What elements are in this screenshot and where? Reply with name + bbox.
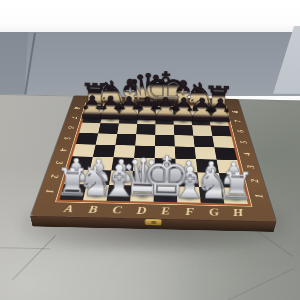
file-label-e: E (153, 205, 178, 218)
piece-white-knight[interactable]: ♞ (194, 165, 232, 204)
rank-label-left-6: 6 (59, 123, 80, 132)
square-b5[interactable] (96, 133, 118, 145)
piece-white-king[interactable]: ♚ (141, 151, 191, 202)
photo-scene: ♜♞♝♛♚♝♞♜♟♟♟♟♟♟♟♟♟♟♟♟♟♟♟♟♜♞♝♛♚♝♞♜ ABCDEFG… (0, 0, 300, 300)
board-grid: ♜♞♝♛♚♝♞♜♟♟♟♟♟♟♟♟♟♟♟♟♟♟♟♟♜♞♝♛♚♝♞♜ (60, 104, 248, 204)
chess-board: ♜♞♝♛♚♝♞♜♟♟♟♟♟♟♟♟♟♟♟♟♟♟♟♟♜♞♝♛♚♝♞♜ ABCDEFG… (31, 96, 276, 222)
board-3d-scene: ♜♞♝♛♚♝♞♜♟♟♟♟♟♟♟♟♟♟♟♟♟♟♟♟♜♞♝♛♚♝♞♜ ABCDEFG… (0, 0, 300, 300)
file-label-c: C (104, 204, 130, 217)
square-g5[interactable] (193, 136, 214, 148)
rank-label-right-7: 7 (228, 117, 248, 125)
rank-label-left-5: 5 (55, 134, 77, 143)
square-f6[interactable] (174, 125, 194, 136)
square-e1[interactable]: ♚ (154, 186, 178, 202)
file-label-b: B (79, 204, 106, 217)
rank-label-left-8: 8 (67, 104, 87, 112)
square-c5[interactable] (115, 134, 136, 146)
board-front-edge (30, 216, 277, 232)
square-g6[interactable] (192, 125, 212, 136)
brass-latch (145, 219, 162, 225)
file-label-g: G (201, 206, 227, 219)
rank-label-right-6: 6 (230, 127, 251, 136)
square-g1[interactable]: ♞ (199, 187, 224, 203)
rank-label-left-7: 7 (63, 114, 84, 122)
square-b1[interactable]: ♞ (83, 184, 109, 200)
rank-label-right-5: 5 (233, 138, 255, 148)
square-h5[interactable] (212, 136, 234, 148)
file-label-d: D (129, 205, 154, 218)
rank-label-right-8: 8 (225, 108, 244, 116)
file-label-h: H (225, 207, 252, 220)
file-label-f: F (177, 206, 202, 219)
file-label-a: A (55, 203, 82, 216)
piece-white-knight[interactable]: ♞ (76, 162, 114, 201)
square-h7[interactable]: ♟ (209, 116, 229, 126)
